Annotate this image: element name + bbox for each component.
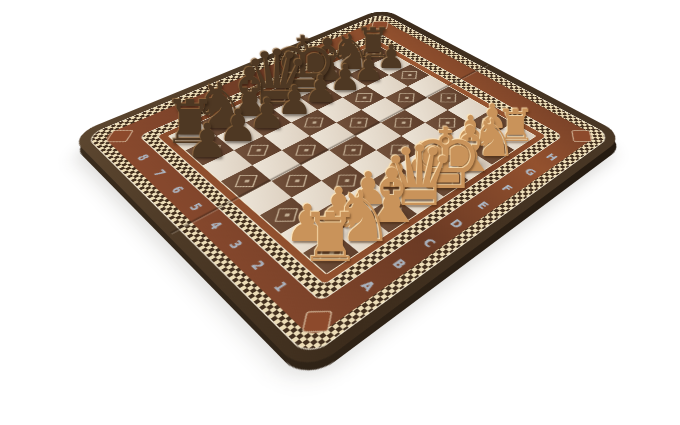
rank-label-2: 2 (238, 252, 276, 280)
file-label-g: G (514, 162, 545, 182)
file-label-e: E (465, 194, 498, 217)
coordinate-overlay: 87654321ABCDEFGH (70, 8, 625, 375)
file-label-h: H (536, 147, 566, 166)
rank-label-5: 5 (177, 196, 213, 220)
file-label-d: D (439, 212, 474, 236)
corner-inlay (371, 21, 388, 29)
rank-label-1: 1 (260, 273, 299, 303)
rank-label-3: 3 (216, 232, 253, 259)
rank-label-7: 7 (142, 163, 176, 184)
corner-inlay (571, 130, 592, 142)
corner-inlay (105, 130, 133, 142)
file-label-a: A (348, 271, 387, 301)
file-label-c: C (410, 230, 446, 256)
product-photo-scene: 87654321ABCDEFGH ♜♞♝♛♚♝♞♜♟♟♟♟♟♟♟♟♟♟♟♟♟♟♟… (0, 0, 680, 425)
corner-inlay (301, 311, 332, 333)
rank-label-6: 6 (159, 179, 194, 201)
file-label-b: B (380, 250, 417, 278)
chess-board: 87654321ABCDEFGH (70, 8, 625, 375)
file-label-f: F (490, 178, 522, 200)
rank-label-8: 8 (126, 148, 159, 168)
